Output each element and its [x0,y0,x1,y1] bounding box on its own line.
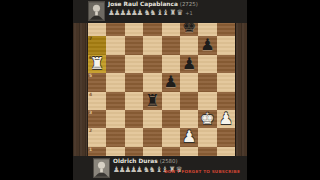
square-b6[interactable] [106,55,124,73]
square-d4[interactable]: ♜ [143,92,161,110]
bottom-player-bar: Oldrich Duras (2580) ♟♟♟♟♟ ♞♞ ♝♝ ♜ ♛ DON… [73,156,247,180]
square-e6[interactable] [162,55,180,73]
piece-white-pawn[interactable]: ♟ [217,110,235,128]
square-c6[interactable] [125,55,143,73]
subscribe-reminder-text: DON'T FORGET TO SUBSCRIBE [164,169,240,174]
square-a7[interactable]: 7 [88,36,106,54]
square-g4[interactable] [198,92,216,110]
chess-board[interactable]: 8♚7♟6♜♟5♟4♜3♚♟2♟1 [88,18,235,165]
square-b3[interactable] [106,110,124,128]
square-a4[interactable]: 4 [88,92,106,110]
square-g5[interactable] [198,73,216,91]
rank-label-5: 5 [89,73,92,78]
piece-white-rook[interactable]: ♜ [88,55,106,73]
top-player-name: Jose Raul Capablanca [108,1,178,8]
piece-black-rook[interactable]: ♜ [143,92,161,110]
square-h4[interactable] [217,92,235,110]
square-b7[interactable] [106,36,124,54]
rank-label-3: 3 [89,110,92,115]
rank-label-2: 2 [89,128,92,133]
square-f5[interactable] [180,73,198,91]
top-material-advantage: +1 [185,9,192,17]
rank-label-7: 7 [89,36,92,41]
square-h3[interactable]: ♟ [217,110,235,128]
square-d7[interactable] [143,36,161,54]
chess-video-column: 8♚7♟6♜♟5♟4♜3♚♟2♟1 Jose Raul Capablanca (… [73,0,247,180]
square-a5[interactable]: 5 [88,73,106,91]
square-c5[interactable] [125,73,143,91]
square-c3[interactable] [125,110,143,128]
piece-white-king[interactable]: ♚ [198,110,216,128]
square-h6[interactable] [217,55,235,73]
square-e7[interactable] [162,36,180,54]
square-f4[interactable] [180,92,198,110]
square-e5[interactable]: ♟ [162,73,180,91]
square-f6[interactable]: ♟ [180,55,198,73]
square-d5[interactable] [143,73,161,91]
piece-white-pawn[interactable]: ♟ [180,128,198,146]
square-b5[interactable] [106,73,124,91]
square-a6[interactable]: 6♜ [88,55,106,73]
top-player-avatar [88,1,105,21]
square-e2[interactable] [162,128,180,146]
square-d3[interactable] [143,110,161,128]
top-player-bar: Jose Raul Capablanca (2725) ♟♟♟♟♟♟ ♞♞ ♝♝… [73,0,247,23]
video-frame: 8♚7♟6♜♟5♟4♜3♚♟2♟1 Jose Raul Capablanca (… [0,0,320,180]
bottom-player-avatar [93,158,110,178]
square-a3[interactable]: 3 [88,110,106,128]
square-e3[interactable] [162,110,180,128]
rank-label-1: 1 [89,147,92,152]
top-captured-pieces: ♟♟♟♟♟♟ ♞♞ ♝♝ ♜ ♛ [108,9,182,17]
square-g2[interactable] [198,128,216,146]
top-player-rating: (2725) [180,1,198,8]
square-c7[interactable] [125,36,143,54]
square-h2[interactable] [217,128,235,146]
rank-label-4: 4 [89,92,92,97]
square-f2[interactable]: ♟ [180,128,198,146]
piece-black-pawn[interactable]: ♟ [198,36,216,54]
square-f3[interactable] [180,110,198,128]
square-d6[interactable] [143,55,161,73]
square-c4[interactable] [125,92,143,110]
square-g3[interactable]: ♚ [198,110,216,128]
square-c2[interactable] [125,128,143,146]
piece-black-pawn[interactable]: ♟ [162,73,180,91]
piece-black-pawn[interactable]: ♟ [180,55,198,73]
square-h5[interactable] [217,73,235,91]
square-b4[interactable] [106,92,124,110]
square-g7[interactable]: ♟ [198,36,216,54]
square-h7[interactable] [217,36,235,54]
bottom-player-rating: (2580) [160,158,178,165]
square-e4[interactable] [162,92,180,110]
square-b2[interactable] [106,128,124,146]
square-a2[interactable]: 2 [88,128,106,146]
square-d2[interactable] [143,128,161,146]
square-g6[interactable] [198,55,216,73]
square-f7[interactable] [180,36,198,54]
bottom-player-name: Oldrich Duras [113,158,158,165]
